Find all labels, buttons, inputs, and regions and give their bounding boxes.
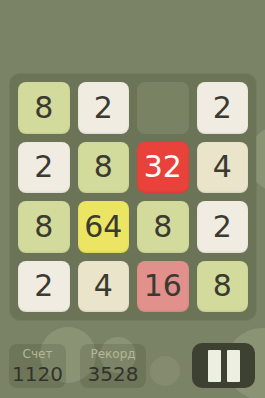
tile-4-r2c4: 4 <box>197 142 249 194</box>
pause-icon <box>227 350 240 382</box>
tile-64-r3c2: 64 <box>78 201 130 253</box>
tile-2-r3c4: 2 <box>197 201 249 253</box>
tile-2-r2c1: 2 <box>18 142 70 194</box>
tile-2-r4c1: 2 <box>18 261 70 313</box>
tile-4-r4c2: 4 <box>78 261 130 313</box>
tile-8-r1c1: 8 <box>18 82 70 134</box>
game-board[interactable]: 822283248648224168 <box>10 74 256 320</box>
tile-8-r4c4: 8 <box>197 261 249 313</box>
tile-2-r1c2: 2 <box>78 82 130 134</box>
empty-cell-r1c3 <box>137 82 189 134</box>
tile-8-r2c2: 8 <box>78 142 130 194</box>
tile-32-r2c3: 32 <box>137 142 189 194</box>
tile-2-r1c4: 2 <box>197 82 249 134</box>
background-blob <box>150 356 180 386</box>
pause-icon <box>208 350 221 382</box>
tile-8-r3c1: 8 <box>18 201 70 253</box>
best-score-value: 3528 <box>88 362 139 386</box>
score-value: 1120 <box>12 362 63 386</box>
best-score-panel: Рекорд 3528 <box>80 344 146 388</box>
tile-16-r4c3: 16 <box>137 261 189 313</box>
score-label: Счет <box>23 347 53 361</box>
best-score-label: Рекорд <box>90 347 135 361</box>
score-panel: Счет 1120 <box>9 344 66 388</box>
tile-8-r3c3: 8 <box>137 201 189 253</box>
game-screen: 822283248648224168 Счет 1120 Рекорд 3528 <box>0 0 265 398</box>
pause-button[interactable] <box>192 343 255 388</box>
